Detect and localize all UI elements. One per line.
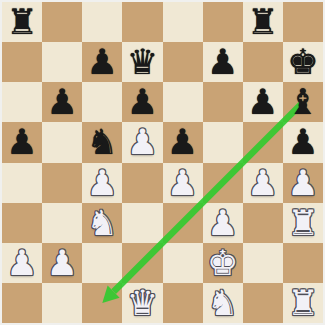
square-b3[interactable] (42, 203, 82, 243)
piece-white-pawn[interactable]: ♟ (207, 203, 238, 243)
piece-white-pawn[interactable]: ♟ (6, 243, 37, 283)
square-c5[interactable]: ♞ (82, 122, 122, 162)
square-f3[interactable]: ♟ (203, 203, 243, 243)
square-d3[interactable] (122, 203, 162, 243)
square-b6[interactable]: ♟ (42, 82, 82, 122)
piece-white-rook[interactable]: ♜ (287, 283, 318, 323)
piece-white-king[interactable]: ♚ (207, 243, 238, 283)
piece-black-king[interactable]: ♚ (287, 42, 318, 82)
piece-black-pawn[interactable]: ♟ (127, 82, 158, 122)
square-h7[interactable]: ♚ (283, 42, 323, 82)
square-g4[interactable]: ♟ (243, 163, 283, 203)
piece-white-rook[interactable]: ♜ (287, 203, 318, 243)
piece-white-pawn[interactable]: ♟ (287, 163, 318, 203)
square-c7[interactable]: ♟ (82, 42, 122, 82)
square-f1[interactable]: ♞ (203, 283, 243, 323)
square-c3[interactable]: ♞ (82, 203, 122, 243)
square-c1[interactable] (82, 283, 122, 323)
square-e1[interactable] (163, 283, 203, 323)
chess-board-frame: ♜♜♟♛♟♚♟♟♟♝♟♞♟♟♟♟♟♟♟♞♟♜♟♟♚♛♞♜ (0, 0, 325, 325)
square-d7[interactable]: ♛ (122, 42, 162, 82)
piece-black-pawn[interactable]: ♟ (247, 82, 278, 122)
piece-black-rook[interactable]: ♜ (6, 2, 37, 42)
square-d6[interactable]: ♟ (122, 82, 162, 122)
piece-black-pawn[interactable]: ♟ (46, 82, 77, 122)
square-d5[interactable]: ♟ (122, 122, 162, 162)
square-g1[interactable] (243, 283, 283, 323)
square-c2[interactable] (82, 243, 122, 283)
square-c8[interactable] (82, 2, 122, 42)
square-g2[interactable] (243, 243, 283, 283)
piece-black-bishop[interactable]: ♝ (287, 82, 318, 122)
square-c6[interactable] (82, 82, 122, 122)
square-f2[interactable]: ♚ (203, 243, 243, 283)
chess-board: ♜♜♟♛♟♚♟♟♟♝♟♞♟♟♟♟♟♟♟♞♟♜♟♟♚♛♞♜ (2, 2, 323, 323)
piece-white-pawn[interactable]: ♟ (127, 122, 158, 162)
piece-black-pawn[interactable]: ♟ (167, 122, 198, 162)
piece-black-knight[interactable]: ♞ (87, 122, 118, 162)
square-f7[interactable]: ♟ (203, 42, 243, 82)
square-g3[interactable] (243, 203, 283, 243)
square-e6[interactable] (163, 82, 203, 122)
square-f8[interactable] (203, 2, 243, 42)
square-a2[interactable]: ♟ (2, 243, 42, 283)
square-d8[interactable] (122, 2, 162, 42)
square-b8[interactable] (42, 2, 82, 42)
square-g6[interactable]: ♟ (243, 82, 283, 122)
square-g5[interactable] (243, 122, 283, 162)
square-h5[interactable]: ♟ (283, 122, 323, 162)
square-e3[interactable] (163, 203, 203, 243)
square-c4[interactable]: ♟ (82, 163, 122, 203)
piece-white-pawn[interactable]: ♟ (247, 163, 278, 203)
piece-black-queen[interactable]: ♛ (127, 42, 158, 82)
piece-white-knight[interactable]: ♞ (207, 283, 238, 323)
square-h6[interactable]: ♝ (283, 82, 323, 122)
square-h3[interactable]: ♜ (283, 203, 323, 243)
square-b4[interactable] (42, 163, 82, 203)
square-h2[interactable] (283, 243, 323, 283)
piece-white-pawn[interactable]: ♟ (167, 163, 198, 203)
piece-white-knight[interactable]: ♞ (87, 203, 118, 243)
square-a5[interactable]: ♟ (2, 122, 42, 162)
square-e4[interactable]: ♟ (163, 163, 203, 203)
piece-white-pawn[interactable]: ♟ (46, 243, 77, 283)
square-e8[interactable] (163, 2, 203, 42)
square-d2[interactable] (122, 243, 162, 283)
square-h1[interactable]: ♜ (283, 283, 323, 323)
square-d4[interactable] (122, 163, 162, 203)
square-g8[interactable]: ♜ (243, 2, 283, 42)
square-f5[interactable] (203, 122, 243, 162)
square-a6[interactable] (2, 82, 42, 122)
square-a7[interactable] (2, 42, 42, 82)
piece-black-pawn[interactable]: ♟ (87, 42, 118, 82)
square-b1[interactable] (42, 283, 82, 323)
square-a1[interactable] (2, 283, 42, 323)
piece-white-pawn[interactable]: ♟ (87, 163, 118, 203)
square-f6[interactable] (203, 82, 243, 122)
square-h4[interactable]: ♟ (283, 163, 323, 203)
piece-black-rook[interactable]: ♜ (247, 2, 278, 42)
square-b5[interactable] (42, 122, 82, 162)
square-b2[interactable]: ♟ (42, 243, 82, 283)
square-e5[interactable]: ♟ (163, 122, 203, 162)
piece-black-pawn[interactable]: ♟ (6, 122, 37, 162)
square-f4[interactable] (203, 163, 243, 203)
square-a8[interactable]: ♜ (2, 2, 42, 42)
square-a3[interactable] (2, 203, 42, 243)
square-d1[interactable]: ♛ (122, 283, 162, 323)
square-e2[interactable] (163, 243, 203, 283)
square-g7[interactable] (243, 42, 283, 82)
piece-white-queen[interactable]: ♛ (127, 283, 158, 323)
square-e7[interactable] (163, 42, 203, 82)
piece-black-pawn[interactable]: ♟ (287, 122, 318, 162)
square-a4[interactable] (2, 163, 42, 203)
square-h8[interactable] (283, 2, 323, 42)
square-b7[interactable] (42, 42, 82, 82)
piece-black-pawn[interactable]: ♟ (207, 42, 238, 82)
